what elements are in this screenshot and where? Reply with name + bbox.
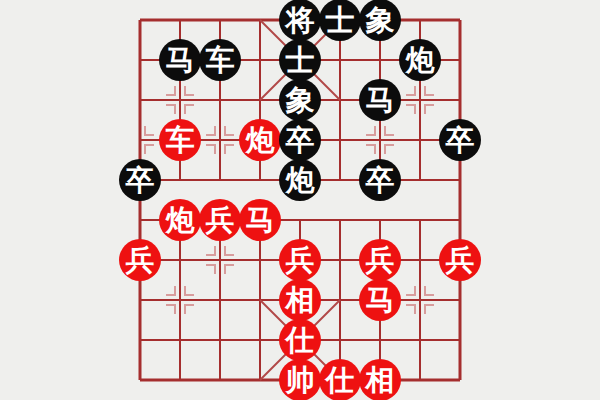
piece-red-elephant[interactable]: 相 bbox=[359, 359, 401, 400]
piece-black-cannon[interactable]: 炮 bbox=[279, 159, 321, 201]
piece-red-horse[interactable]: 马 bbox=[239, 199, 281, 241]
piece-red-soldier[interactable]: 兵 bbox=[439, 239, 481, 281]
piece-black-general[interactable]: 将 bbox=[279, 0, 321, 41]
piece-red-elephant[interactable]: 相 bbox=[279, 279, 321, 321]
piece-red-soldier[interactable]: 兵 bbox=[279, 239, 321, 281]
piece-red-cannon[interactable]: 炮 bbox=[239, 119, 281, 161]
piece-red-soldier[interactable]: 兵 bbox=[119, 239, 161, 281]
piece-black-soldier[interactable]: 卒 bbox=[279, 119, 321, 161]
piece-red-soldier[interactable]: 兵 bbox=[199, 199, 241, 241]
piece-red-cannon[interactable]: 炮 bbox=[159, 199, 201, 241]
piece-black-soldier[interactable]: 卒 bbox=[439, 119, 481, 161]
piece-black-soldier[interactable]: 卒 bbox=[359, 159, 401, 201]
piece-black-chariot[interactable]: 车 bbox=[199, 39, 241, 81]
piece-red-horse[interactable]: 马 bbox=[359, 279, 401, 321]
xiangqi-board-screen: 将士象马车士炮象马车炮卒卒卒炮卒炮兵马兵兵兵兵相马仕帅仕相 bbox=[0, 0, 600, 400]
piece-black-soldier[interactable]: 卒 bbox=[119, 159, 161, 201]
piece-red-king[interactable]: 帅 bbox=[279, 359, 321, 400]
piece-red-chariot[interactable]: 车 bbox=[159, 119, 201, 161]
piece-black-elephant[interactable]: 象 bbox=[279, 79, 321, 121]
piece-black-advisor[interactable]: 士 bbox=[279, 39, 321, 81]
piece-black-elephant[interactable]: 象 bbox=[359, 0, 401, 41]
board-pieces: 将士象马车士炮象马车炮卒卒卒炮卒炮兵马兵兵兵兵相马仕帅仕相 bbox=[120, 0, 480, 400]
piece-black-horse[interactable]: 马 bbox=[159, 39, 201, 81]
piece-black-horse[interactable]: 马 bbox=[359, 79, 401, 121]
piece-black-advisor[interactable]: 士 bbox=[319, 0, 361, 41]
piece-red-advisor[interactable]: 仕 bbox=[279, 319, 321, 361]
piece-black-cannon[interactable]: 炮 bbox=[399, 39, 441, 81]
piece-red-soldier[interactable]: 兵 bbox=[359, 239, 401, 281]
piece-red-advisor[interactable]: 仕 bbox=[319, 359, 361, 400]
